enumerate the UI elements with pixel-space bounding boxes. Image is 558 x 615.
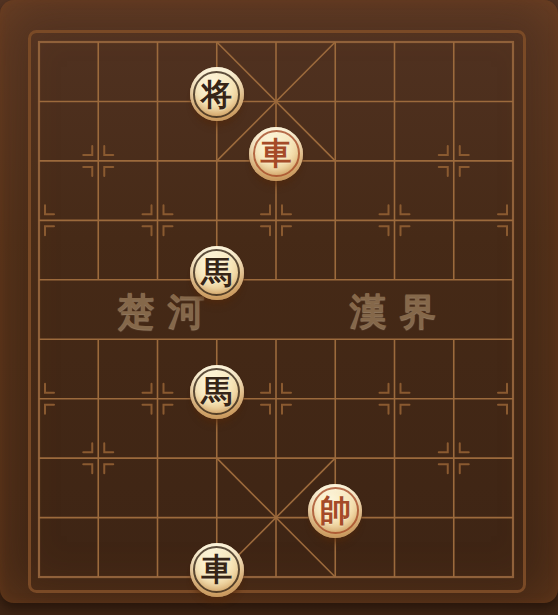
piece-black-horse-1[interactable]: 馬 <box>190 246 244 300</box>
piece-glyph: 帥 <box>320 495 351 526</box>
piece-glyph: 馬 <box>201 376 232 407</box>
piece-red-general[interactable]: 帥 <box>308 484 362 538</box>
piece-red-chariot[interactable]: 車 <box>249 127 303 181</box>
piece-grid: 将車馬馬帥車 <box>9 12 542 607</box>
piece-black-chariot[interactable]: 車 <box>190 543 244 597</box>
piece-glyph: 将 <box>201 79 232 110</box>
piece-black-horse-2[interactable]: 馬 <box>190 365 244 419</box>
piece-glyph: 馬 <box>201 257 232 288</box>
piece-black-general[interactable]: 将 <box>190 67 244 121</box>
piece-glyph: 車 <box>201 554 232 585</box>
xiangqi-board[interactable]: 楚河 漢界 将車馬馬帥車 <box>0 0 558 603</box>
piece-glyph: 車 <box>261 138 292 169</box>
